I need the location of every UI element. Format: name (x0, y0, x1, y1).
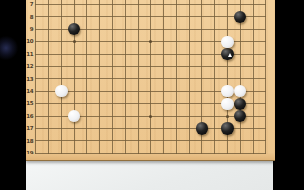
grid-line-vertical (150, 0, 151, 154)
grid-line-horizontal (35, 66, 266, 67)
grid-line-vertical (35, 0, 36, 154)
row-label: 17 (26, 125, 33, 131)
grid-line-horizontal (35, 140, 266, 141)
grid-line-vertical (265, 0, 266, 154)
row-label: 14 (26, 88, 33, 94)
stone-black (221, 122, 233, 134)
grid-line-vertical (163, 0, 164, 154)
row-label: 11 (26, 51, 33, 57)
stone-black (196, 122, 208, 134)
grid-line-vertical (214, 0, 215, 154)
star-point (73, 40, 76, 43)
stone-white (221, 98, 233, 110)
stone-white (55, 85, 67, 97)
grid-line-horizontal (35, 4, 266, 5)
row-label: 15 (26, 100, 33, 106)
grid-line-vertical (240, 0, 241, 154)
row-label: 9 (26, 26, 33, 32)
row-label: 7 (26, 1, 33, 7)
grid-line-vertical (61, 0, 62, 154)
grid-line-horizontal (35, 78, 266, 79)
row-label: 8 (26, 14, 33, 20)
row-label: 18 (26, 138, 33, 144)
grid-line-horizontal (35, 16, 266, 17)
grid-line-vertical (86, 0, 87, 154)
row-label: 13 (26, 76, 33, 82)
grid-line-vertical (125, 0, 126, 154)
watermark-smudge (0, 36, 18, 60)
stone-black (221, 48, 233, 60)
stone-white (221, 36, 233, 48)
grid-line-vertical (253, 0, 254, 154)
row-label: 10 (26, 38, 33, 44)
grid-line-vertical (99, 0, 100, 154)
grid-line-vertical (112, 0, 113, 154)
grid-line-vertical (176, 0, 177, 154)
letterbox-right (275, 0, 304, 190)
grid-line-vertical (189, 0, 190, 154)
star-point (226, 115, 229, 118)
video-frame: 78910111213141516171819 (0, 0, 304, 190)
go-board[interactable]: 78910111213141516171819 (26, 0, 275, 161)
bottom-panel (26, 161, 273, 190)
last-move-marker (228, 53, 232, 57)
letterbox-left (0, 0, 26, 190)
board-edge (26, 154, 275, 162)
row-label: 12 (26, 63, 33, 69)
grid-line-vertical (48, 0, 49, 154)
grid-line-vertical (138, 0, 139, 154)
row-label: 16 (26, 113, 33, 119)
